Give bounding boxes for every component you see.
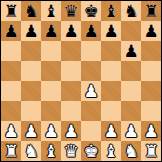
square-b7[interactable]: ♟ (21, 21, 41, 41)
square-h3[interactable] (141, 101, 161, 121)
square-f8[interactable]: ♝ (101, 1, 121, 21)
square-b1[interactable]: ♞ (21, 141, 41, 161)
square-a5[interactable] (1, 61, 21, 81)
white-pawn-b2: ♟ (23, 121, 38, 141)
square-e8[interactable]: ♚ (81, 1, 101, 21)
square-h6[interactable] (141, 41, 161, 61)
square-a2[interactable]: ♟ (1, 121, 21, 141)
square-g5[interactable] (121, 61, 141, 81)
square-b8[interactable]: ♞ (21, 1, 41, 21)
white-pawn-f2: ♟ (103, 121, 118, 141)
black-rook-a8: ♜ (3, 1, 18, 21)
black-bishop-f8: ♝ (103, 1, 118, 21)
square-c3[interactable] (41, 101, 61, 121)
square-d3[interactable] (61, 101, 81, 121)
square-e5[interactable] (81, 61, 101, 81)
square-g7[interactable] (121, 21, 141, 41)
black-pawn-c7: ♟ (43, 21, 58, 41)
square-e6[interactable] (81, 41, 101, 61)
square-h1[interactable]: ♜ (141, 141, 161, 161)
black-rook-h8: ♜ (143, 1, 158, 21)
black-pawn-b7: ♟ (23, 21, 38, 41)
black-pawn-h7: ♟ (143, 21, 158, 41)
square-a8[interactable]: ♜ (1, 1, 21, 21)
white-queen-d1: ♛ (63, 141, 78, 161)
black-pawn-d7: ♟ (63, 21, 78, 41)
black-pawn-f7: ♟ (103, 21, 118, 41)
black-queen-d8: ♛ (63, 1, 78, 21)
square-f5[interactable] (101, 61, 121, 81)
square-c1[interactable]: ♝ (41, 141, 61, 161)
square-c4[interactable] (41, 81, 61, 101)
square-f1[interactable]: ♝ (101, 141, 121, 161)
square-a4[interactable] (1, 81, 21, 101)
square-a3[interactable] (1, 101, 21, 121)
square-f7[interactable]: ♟ (101, 21, 121, 41)
square-h8[interactable]: ♜ (141, 1, 161, 21)
square-c2[interactable]: ♟ (41, 121, 61, 141)
square-e7[interactable]: ♟ (81, 21, 101, 41)
square-h2[interactable]: ♟ (141, 121, 161, 141)
square-e4[interactable]: ♟ (81, 81, 101, 101)
square-e2[interactable] (81, 121, 101, 141)
square-b2[interactable]: ♟ (21, 121, 41, 141)
square-c6[interactable] (41, 41, 61, 61)
square-a6[interactable] (1, 41, 21, 61)
square-f6[interactable] (101, 41, 121, 61)
square-b3[interactable] (21, 101, 41, 121)
white-bishop-f1: ♝ (103, 141, 118, 161)
square-g1[interactable]: ♞ (121, 141, 141, 161)
square-d7[interactable]: ♟ (61, 21, 81, 41)
black-pawn-a7: ♟ (3, 21, 18, 41)
square-b4[interactable] (21, 81, 41, 101)
square-c7[interactable]: ♟ (41, 21, 61, 41)
square-d8[interactable]: ♛ (61, 1, 81, 21)
black-knight-g8: ♞ (123, 1, 138, 21)
white-rook-a1: ♜ (3, 141, 18, 161)
square-f3[interactable] (101, 101, 121, 121)
black-pawn-e7: ♟ (83, 21, 98, 41)
square-g3[interactable] (121, 101, 141, 121)
white-pawn-a2: ♟ (3, 121, 18, 141)
square-g6[interactable]: ♟ (121, 41, 141, 61)
black-knight-b8: ♞ (23, 1, 38, 21)
square-f4[interactable] (101, 81, 121, 101)
square-d1[interactable]: ♛ (61, 141, 81, 161)
square-a7[interactable]: ♟ (1, 21, 21, 41)
white-pawn-d2: ♟ (63, 121, 78, 141)
square-g4[interactable] (121, 81, 141, 101)
square-d6[interactable] (61, 41, 81, 61)
black-king-e8: ♚ (83, 1, 98, 21)
square-c8[interactable]: ♝ (41, 1, 61, 21)
square-a1[interactable]: ♜ (1, 141, 21, 161)
square-g2[interactable]: ♟ (121, 121, 141, 141)
square-h7[interactable]: ♟ (141, 21, 161, 41)
white-rook-h1: ♜ (143, 141, 158, 161)
black-pawn-g6: ♟ (123, 41, 138, 61)
white-pawn-g2: ♟ (123, 121, 138, 141)
white-pawn-c2: ♟ (43, 121, 58, 141)
square-f2[interactable]: ♟ (101, 121, 121, 141)
square-g8[interactable]: ♞ (121, 1, 141, 21)
white-bishop-c1: ♝ (43, 141, 58, 161)
square-c5[interactable] (41, 61, 61, 81)
white-pawn-h2: ♟ (143, 121, 158, 141)
square-b6[interactable] (21, 41, 41, 61)
black-bishop-c8: ♝ (43, 1, 58, 21)
square-e3[interactable] (81, 101, 101, 121)
square-d2[interactable]: ♟ (61, 121, 81, 141)
square-d5[interactable] (61, 61, 81, 81)
square-e1[interactable]: ♚ (81, 141, 101, 161)
white-knight-g1: ♞ (123, 141, 138, 161)
square-h4[interactable] (141, 81, 161, 101)
white-king-e1: ♚ (83, 141, 98, 161)
chess-board: ♜♞♝♛♚♝♞♜♟♟♟♟♟♟♟♟♟♟♟♟♟♟♟♟♜♞♝♛♚♝♞♜ (0, 0, 162, 162)
white-pawn-e4: ♟ (83, 81, 98, 101)
square-h5[interactable] (141, 61, 161, 81)
square-d4[interactable] (61, 81, 81, 101)
square-b5[interactable] (21, 61, 41, 81)
white-knight-b1: ♞ (23, 141, 38, 161)
